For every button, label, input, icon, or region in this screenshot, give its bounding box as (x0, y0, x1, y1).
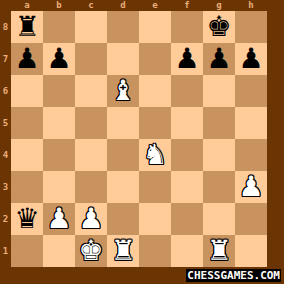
square-d5[interactable] (107, 107, 139, 139)
square-c7[interactable] (75, 43, 107, 75)
square-e2[interactable] (139, 203, 171, 235)
rank-label-2: 2 (0, 203, 11, 235)
file-label-b: b (43, 0, 75, 11)
square-d6[interactable]: ♝ (107, 75, 139, 107)
square-e3[interactable] (139, 171, 171, 203)
file-label-d: d (107, 0, 139, 11)
square-h2[interactable] (235, 203, 267, 235)
square-h8[interactable] (235, 11, 267, 43)
square-c2[interactable]: ♟ (75, 203, 107, 235)
square-f7[interactable]: ♟ (171, 43, 203, 75)
square-g5[interactable] (203, 107, 235, 139)
square-d2[interactable] (107, 203, 139, 235)
chess-board: ♜♚♟♟♟♟♟♝♞♟♛♟♟♚♜♜ (11, 11, 267, 267)
square-a6[interactable] (11, 75, 43, 107)
square-e1[interactable] (139, 235, 171, 267)
rank-label-3: 3 (0, 171, 11, 203)
square-g7[interactable]: ♟ (203, 43, 235, 75)
piece-white-pawn: ♟ (78, 203, 103, 235)
square-c4[interactable] (75, 139, 107, 171)
rank-label-1: 1 (0, 235, 11, 267)
square-d7[interactable] (107, 43, 139, 75)
square-f5[interactable] (171, 107, 203, 139)
square-c8[interactable] (75, 11, 107, 43)
piece-white-rook: ♜ (110, 235, 135, 267)
file-label-h: h (235, 0, 267, 11)
square-c6[interactable] (75, 75, 107, 107)
piece-white-rook: ♜ (206, 235, 231, 267)
square-a1[interactable] (11, 235, 43, 267)
piece-black-pawn: ♟ (238, 43, 263, 75)
piece-black-pawn: ♟ (14, 43, 39, 75)
piece-white-bishop: ♝ (110, 75, 135, 107)
square-b4[interactable] (43, 139, 75, 171)
piece-white-pawn: ♟ (46, 203, 71, 235)
square-f6[interactable] (171, 75, 203, 107)
square-e8[interactable] (139, 11, 171, 43)
rank-labels: 87654321 (0, 11, 11, 267)
chess-board-frame: abcdefgh 87654321 ♜♚♟♟♟♟♟♝♞♟♛♟♟♚♜♜ CHESS… (0, 0, 284, 284)
rank-label-5: 5 (0, 107, 11, 139)
square-e5[interactable] (139, 107, 171, 139)
piece-black-pawn: ♟ (46, 43, 71, 75)
square-f3[interactable] (171, 171, 203, 203)
square-g4[interactable] (203, 139, 235, 171)
file-label-e: e (139, 0, 171, 11)
square-h4[interactable] (235, 139, 267, 171)
square-a8[interactable]: ♜ (11, 11, 43, 43)
rank-label-6: 6 (0, 75, 11, 107)
square-d8[interactable] (107, 11, 139, 43)
piece-black-king: ♚ (206, 11, 231, 43)
square-h3[interactable]: ♟ (235, 171, 267, 203)
square-g2[interactable] (203, 203, 235, 235)
square-a3[interactable] (11, 171, 43, 203)
square-g6[interactable] (203, 75, 235, 107)
square-a4[interactable] (11, 139, 43, 171)
square-b3[interactable] (43, 171, 75, 203)
square-h1[interactable] (235, 235, 267, 267)
square-f2[interactable] (171, 203, 203, 235)
square-b2[interactable]: ♟ (43, 203, 75, 235)
rank-label-4: 4 (0, 139, 11, 171)
square-f1[interactable] (171, 235, 203, 267)
piece-white-pawn: ♟ (238, 171, 263, 203)
square-e4[interactable]: ♞ (139, 139, 171, 171)
square-d1[interactable]: ♜ (107, 235, 139, 267)
square-a2[interactable]: ♛ (11, 203, 43, 235)
square-c3[interactable] (75, 171, 107, 203)
square-a5[interactable] (11, 107, 43, 139)
piece-black-rook: ♜ (14, 11, 39, 43)
piece-black-queen: ♛ (14, 203, 39, 235)
square-e6[interactable] (139, 75, 171, 107)
piece-black-pawn: ♟ (206, 43, 231, 75)
site-watermark: CHESSGAMES.COM (186, 269, 281, 282)
rank-label-8: 8 (0, 11, 11, 43)
square-d3[interactable] (107, 171, 139, 203)
square-a7[interactable]: ♟ (11, 43, 43, 75)
piece-white-king: ♚ (78, 235, 103, 267)
square-b7[interactable]: ♟ (43, 43, 75, 75)
square-h5[interactable] (235, 107, 267, 139)
square-b1[interactable] (43, 235, 75, 267)
square-f8[interactable] (171, 11, 203, 43)
square-b5[interactable] (43, 107, 75, 139)
square-e7[interactable] (139, 43, 171, 75)
piece-white-knight: ♞ (142, 139, 167, 171)
square-g3[interactable] (203, 171, 235, 203)
square-b6[interactable] (43, 75, 75, 107)
square-h6[interactable] (235, 75, 267, 107)
square-g8[interactable]: ♚ (203, 11, 235, 43)
file-label-f: f (171, 0, 203, 11)
square-b8[interactable] (43, 11, 75, 43)
square-c1[interactable]: ♚ (75, 235, 107, 267)
file-label-c: c (75, 0, 107, 11)
square-c5[interactable] (75, 107, 107, 139)
square-g1[interactable]: ♜ (203, 235, 235, 267)
piece-black-pawn: ♟ (174, 43, 199, 75)
rank-label-7: 7 (0, 43, 11, 75)
square-f4[interactable] (171, 139, 203, 171)
square-h7[interactable]: ♟ (235, 43, 267, 75)
square-d4[interactable] (107, 139, 139, 171)
